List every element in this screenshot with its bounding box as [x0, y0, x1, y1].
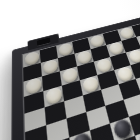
board-grid [22, 15, 140, 140]
photo-stage [0, 0, 140, 140]
white-piece[interactable] [127, 48, 140, 63]
draughts-board-frame [10, 8, 140, 140]
